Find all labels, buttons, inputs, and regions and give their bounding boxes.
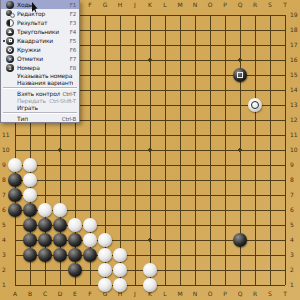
stone-plain-icon — [6, 1, 15, 9]
coord-label: 14 — [290, 87, 300, 93]
stone-white-B9[interactable] — [23, 158, 37, 172]
stone-white-K2[interactable] — [143, 263, 157, 277]
menu-separator — [3, 112, 77, 114]
coord-label: K — [145, 2, 155, 8]
coord-label: E — [70, 291, 80, 297]
coord-label: P — [220, 291, 230, 297]
coord-label: J — [130, 291, 140, 297]
menu-item-editor[interactable]: РедакторF2 — [1, 9, 79, 18]
menu-separator — [3, 87, 77, 89]
menu-item-label: Тип — [17, 115, 59, 122]
menu-item-label: Играть — [17, 104, 73, 111]
coord-label: 4 — [2, 237, 12, 243]
coord-label: S — [265, 2, 275, 8]
stone-white-G4[interactable] — [98, 233, 112, 247]
coord-label: 16 — [290, 57, 300, 63]
coord-label: Q — [235, 2, 245, 8]
stone-black-C4[interactable] — [38, 233, 52, 247]
stone-square-icon — [6, 37, 15, 45]
stone-black-B6[interactable] — [23, 203, 37, 217]
coord-label: 1 — [2, 282, 12, 288]
stone-pair-icon — [6, 10, 15, 18]
coord-label: 11 — [2, 132, 12, 138]
coord-label: B — [25, 291, 35, 297]
stone-white-H3[interactable] — [113, 248, 127, 262]
stone-white-D6[interactable] — [53, 203, 67, 217]
coord-label: L — [160, 2, 170, 8]
stone-black-D3[interactable] — [53, 248, 67, 262]
coord-label: A — [10, 291, 20, 297]
menu-item-moves[interactable]: ХодыF1 — [1, 0, 79, 9]
stone-black-E4[interactable] — [68, 233, 82, 247]
empty-icon — [6, 72, 15, 79]
coord-label: 2 — [2, 267, 12, 273]
stone-black-D4[interactable] — [53, 233, 67, 247]
coord-label: 9 — [290, 162, 300, 168]
stone-x-icon: ✕ — [6, 55, 15, 63]
coord-label: P — [220, 2, 230, 8]
stone-black-A6[interactable] — [8, 203, 22, 217]
stone-black-C3[interactable] — [38, 248, 52, 262]
menu-item-label: Результат — [17, 19, 67, 26]
stone-white-F4[interactable] — [83, 233, 97, 247]
coord-label: 3 — [290, 252, 300, 258]
menu-item-squares[interactable]: КвадратикиF5 — [1, 36, 79, 45]
coord-label: 6 — [290, 207, 300, 213]
menu-item-shortcut: F5 — [70, 38, 76, 44]
coord-label: 8 — [290, 177, 300, 183]
menu-item-circles[interactable]: КружкиF6 — [1, 45, 79, 54]
coord-label: T — [280, 2, 290, 8]
coord-label: 12 — [290, 117, 300, 123]
menu-item-label: Передать управление... — [17, 97, 46, 104]
stone-black-Q4[interactable] — [233, 233, 247, 247]
menu-item-label: Кружки — [17, 46, 67, 53]
stone-white-C6[interactable] — [38, 203, 52, 217]
empty-icon — [6, 104, 15, 111]
menu-item-label: Треугольники — [17, 28, 67, 35]
stone-number-icon: 1 — [6, 64, 15, 72]
coord-label: S — [265, 291, 275, 297]
stone-white-A9[interactable] — [8, 158, 22, 172]
square-marker — [237, 72, 243, 78]
menu-item-show-move-numbers[interactable]: Указывать номера ходов — [1, 72, 79, 79]
coord-label: Q — [235, 291, 245, 297]
menu-item-shortcut: F7 — [70, 56, 76, 62]
coord-label: O — [205, 291, 215, 297]
coord-label: 5 — [2, 222, 12, 228]
menu-item-triangles[interactable]: ТреугольникиF4 — [1, 27, 79, 36]
coord-label: 4 — [290, 237, 300, 243]
stone-white-K1[interactable] — [143, 278, 157, 292]
menu-item-shortcut: Ctrl-Shift-T — [49, 98, 76, 104]
stone-black-C5[interactable] — [38, 218, 52, 232]
stone-white-G3[interactable] — [98, 248, 112, 262]
stone-black-D5[interactable] — [53, 218, 67, 232]
menu-item-label: Взять контроль — [17, 90, 60, 97]
stone-black-F3[interactable] — [83, 248, 97, 262]
menu-item-give-control[interactable]: Передать управление...Ctrl-Shift-T — [1, 97, 79, 104]
coord-label: O — [205, 2, 215, 8]
coord-label: C — [40, 291, 50, 297]
coord-label: 10 — [2, 147, 12, 153]
stone-white-B8[interactable] — [23, 173, 37, 187]
stone-white-F5[interactable] — [83, 218, 97, 232]
coord-label: 11 — [290, 132, 300, 138]
coord-label: 17 — [290, 42, 300, 48]
coord-label: G — [100, 2, 110, 8]
coord-label: 10 — [290, 147, 300, 153]
coord-label: H — [115, 2, 125, 8]
empty-icon — [6, 79, 15, 86]
menu-item-shortcut: F1 — [70, 2, 76, 8]
menu-item-shortcut: F8 — [70, 65, 76, 71]
menu-item-label: Редактор — [17, 10, 67, 17]
coord-label: 5 — [290, 222, 300, 228]
go-client-window: AABBCCDDEEFFGGHHJJKKLLMMNNOOPPQQRRSSTT11… — [0, 0, 300, 300]
menu-item-take-control[interactable]: Взять контрольCtrl-T — [1, 90, 79, 97]
empty-icon — [6, 97, 15, 104]
stone-black-B4[interactable] — [23, 233, 37, 247]
coord-label: 13 — [290, 102, 300, 108]
stone-white-B7[interactable] — [23, 188, 37, 202]
circle-marker — [251, 101, 259, 109]
stone-white-H1[interactable] — [113, 278, 127, 292]
coord-label: R — [250, 2, 260, 8]
menu-item-label: Указывать номера ходов — [17, 72, 73, 79]
coord-label: 18 — [290, 27, 300, 33]
menu-item-numbers[interactable]: 1НомераF8 — [1, 63, 79, 72]
coord-label: J — [130, 2, 140, 8]
stone-black-B5[interactable] — [23, 218, 37, 232]
stone-white-G1[interactable] — [98, 278, 112, 292]
coord-label: 15 — [290, 72, 300, 78]
menu-item-shortcut: Ctrl-B — [62, 116, 76, 122]
menu-item-shortcut: F3 — [70, 20, 76, 26]
menu-item-label: Названия вариантов — [17, 79, 73, 86]
menu-item-play[interactable]: Играть — [1, 104, 79, 111]
menu-item-shortcut: Ctrl-T — [63, 91, 76, 97]
coord-label: 7 — [290, 192, 300, 198]
menu-item-label: Квадратики — [17, 37, 67, 44]
coord-label: L — [160, 291, 170, 297]
coord-label: F — [85, 2, 95, 8]
menu-item-result[interactable]: РезультатF3 — [1, 18, 79, 27]
coord-label: 1 — [290, 282, 300, 288]
stone-black-E2[interactable] — [68, 263, 82, 277]
stone-black-A7[interactable] — [8, 188, 22, 202]
menu-item-shortcut: F6 — [70, 47, 76, 53]
coord-label: N — [190, 2, 200, 8]
menu-item-type[interactable]: ТипCtrl-B — [1, 115, 79, 122]
menu-item-label: Отметки — [17, 55, 67, 62]
stone-black-E3[interactable] — [68, 248, 82, 262]
stone-white-G2[interactable] — [98, 263, 112, 277]
menu-item-label: Номера — [17, 64, 67, 71]
coord-label: 19 — [290, 12, 300, 18]
empty-icon — [6, 90, 15, 97]
context-menu: ХодыF1РедакторF2РезультатF3ТреугольникиF… — [0, 0, 80, 123]
menu-item-shortcut: F2 — [70, 11, 76, 17]
coord-label: R — [250, 291, 260, 297]
coord-label: 3 — [2, 252, 12, 258]
coord-label: T — [280, 291, 290, 297]
menu-item-marks[interactable]: ✕ОтметкиF7 — [1, 54, 79, 63]
coord-label: 2 — [290, 267, 300, 273]
menu-item-shortcut: F4 — [70, 29, 76, 35]
stone-white-H2[interactable] — [113, 263, 127, 277]
menu-item-label: Ходы — [17, 1, 67, 8]
coord-label: F — [85, 291, 95, 297]
stone-black-B3[interactable] — [23, 248, 37, 262]
coord-label: M — [175, 2, 185, 8]
stone-triangle-icon — [6, 28, 15, 36]
coord-label: M — [175, 291, 185, 297]
coord-label: D — [55, 291, 65, 297]
stone-circle-icon — [6, 46, 15, 54]
menu-item-variation-names[interactable]: Названия вариантов — [1, 79, 79, 86]
stone-black-A8[interactable] — [8, 173, 22, 187]
stone-white-E5[interactable] — [68, 218, 82, 232]
coord-label: N — [190, 291, 200, 297]
stone-half-icon — [6, 19, 15, 27]
empty-icon — [6, 115, 15, 122]
